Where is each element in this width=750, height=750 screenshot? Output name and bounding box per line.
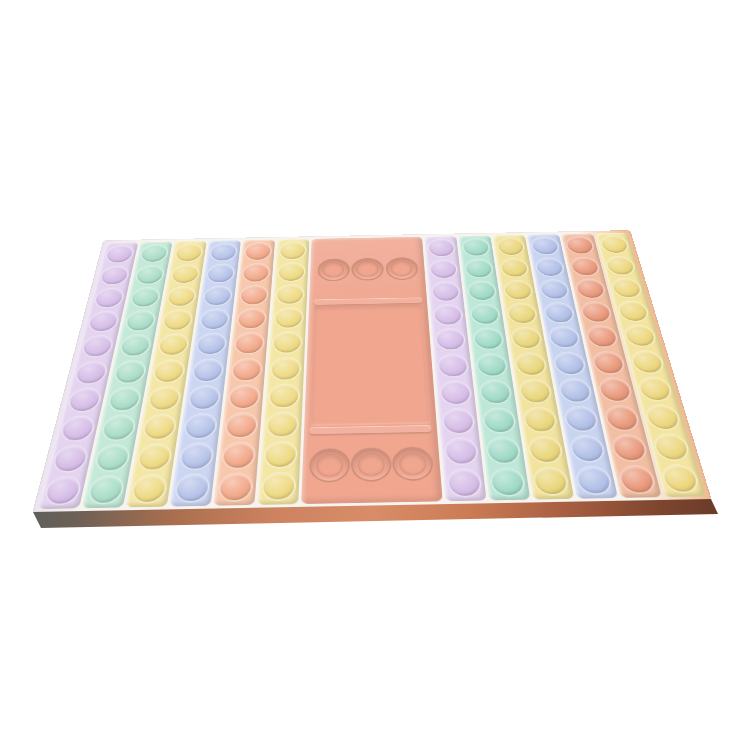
bubble[interactable] (263, 440, 298, 468)
bubble[interactable] (439, 380, 473, 405)
bubble[interactable] (118, 334, 153, 357)
bubble[interactable] (489, 467, 527, 497)
bubble[interactable] (469, 303, 501, 325)
dice-cup-recess (315, 453, 343, 477)
bubble[interactable] (616, 301, 651, 323)
bubble[interactable] (106, 386, 143, 412)
bubble[interactable] (604, 256, 638, 276)
bubble[interactable] (526, 435, 564, 463)
bubble[interactable] (598, 235, 631, 254)
bubble[interactable] (100, 414, 138, 441)
bubble[interactable] (552, 351, 588, 375)
bubble[interactable] (610, 278, 645, 299)
bubble[interactable] (530, 236, 561, 255)
bubble[interactable] (129, 474, 168, 504)
bubble[interactable] (182, 413, 218, 440)
bubble[interactable] (227, 384, 261, 410)
bubble[interactable] (427, 238, 456, 257)
bubble[interactable] (195, 333, 228, 356)
bubble[interactable] (590, 350, 627, 374)
bubble[interactable] (58, 415, 97, 442)
bubble[interactable] (178, 442, 215, 470)
bubble[interactable] (522, 406, 559, 433)
bubble[interactable] (202, 285, 234, 306)
bubble[interactable] (86, 475, 126, 505)
bubble[interactable] (643, 404, 683, 431)
bubble[interactable] (562, 405, 600, 432)
bubble[interactable] (569, 256, 602, 276)
bubble[interactable] (574, 278, 608, 299)
bubble[interactable] (509, 327, 543, 350)
bubble[interactable] (92, 288, 126, 309)
bubble[interactable] (261, 471, 297, 501)
bubble[interactable] (73, 360, 110, 384)
tray-bottom-cups (307, 432, 436, 499)
photo-backdrop (0, 0, 750, 750)
dice-cup-recess (322, 262, 344, 278)
bubble[interactable] (169, 264, 200, 284)
bubble[interactable] (230, 357, 263, 381)
bubble[interactable] (443, 437, 479, 465)
bubble[interactable] (265, 411, 299, 438)
bubble[interactable] (564, 236, 596, 255)
bubble[interactable] (579, 301, 614, 323)
pop-it-board (32, 230, 712, 513)
bubble[interactable] (208, 242, 238, 261)
bubble[interactable] (273, 307, 304, 329)
bubble[interactable] (596, 377, 634, 402)
bubble[interactable] (233, 332, 265, 355)
bubble[interactable] (434, 328, 466, 351)
bubble[interactable] (86, 311, 121, 333)
bubble[interactable] (485, 436, 522, 464)
bubble[interactable] (165, 286, 197, 307)
bubble[interactable] (464, 259, 495, 279)
bubble[interactable] (224, 412, 259, 439)
bubble[interactable] (151, 359, 186, 383)
bubble[interactable] (161, 309, 194, 331)
dice-cup (385, 257, 418, 280)
bubble[interactable] (547, 326, 582, 349)
bubble[interactable] (446, 468, 483, 498)
bubble[interactable] (146, 385, 182, 411)
bubble[interactable] (432, 304, 464, 326)
bubble[interactable] (651, 433, 692, 461)
bubble[interactable] (436, 353, 469, 377)
bubble[interactable] (243, 242, 272, 261)
bubble[interactable] (173, 243, 204, 262)
bubble[interactable] (429, 259, 459, 279)
dice-cup (392, 447, 434, 482)
bubble[interactable] (278, 241, 307, 260)
bubble[interactable] (42, 476, 83, 506)
dice-tray (301, 237, 442, 504)
bubble[interactable] (629, 350, 667, 374)
bubble[interactable] (568, 435, 607, 463)
dice-cup-recess (390, 260, 413, 276)
bubble[interactable] (609, 434, 649, 462)
tray-top-cups (314, 240, 422, 300)
bubble[interactable] (217, 472, 254, 502)
bubble[interactable] (238, 285, 269, 306)
dice-cup (351, 258, 384, 281)
bubble[interactable] (430, 281, 461, 302)
dice-cup-recess (356, 261, 378, 277)
bubble[interactable] (112, 359, 148, 383)
bubble[interactable] (241, 263, 271, 283)
dice-cup (309, 448, 350, 483)
bubble[interactable] (187, 385, 222, 411)
bubble[interactable] (538, 279, 571, 300)
bubble[interactable] (138, 244, 169, 263)
bubble[interactable] (472, 327, 505, 350)
bubble[interactable] (198, 309, 230, 331)
bubble[interactable] (481, 407, 517, 434)
bubble[interactable] (66, 387, 104, 413)
bubble[interactable] (236, 308, 268, 330)
bubble[interactable] (134, 265, 166, 285)
tray-flat-area (310, 304, 431, 426)
bubble[interactable] (269, 357, 301, 381)
bubble[interactable] (135, 443, 173, 471)
bubble[interactable] (557, 378, 594, 403)
bubble[interactable] (103, 244, 135, 263)
bubble[interactable] (659, 464, 702, 494)
bubble[interactable] (156, 333, 190, 356)
bubble[interactable] (531, 466, 570, 496)
bubble[interactable] (123, 310, 157, 332)
bubble[interactable] (622, 325, 658, 348)
bubble[interactable] (475, 353, 509, 377)
bubble[interactable] (574, 466, 614, 496)
dice-cup (317, 258, 349, 281)
bubble[interactable] (617, 465, 658, 495)
bubble[interactable] (191, 358, 225, 382)
bubble[interactable] (205, 263, 236, 283)
bubble[interactable] (267, 383, 300, 409)
bubble[interactable] (98, 265, 131, 285)
bubble[interactable] (220, 441, 256, 469)
bubble[interactable] (93, 444, 132, 472)
bubble[interactable] (271, 331, 303, 354)
scene (0, 0, 750, 750)
bubble[interactable] (441, 408, 476, 435)
bubble[interactable] (636, 376, 675, 401)
bubble[interactable] (173, 473, 211, 503)
dice-cup-recess (398, 452, 427, 476)
bubble[interactable] (502, 280, 534, 301)
dice-cup-recess (357, 453, 385, 477)
bubble[interactable] (275, 284, 305, 305)
bubble[interactable] (478, 379, 513, 404)
bubble[interactable] (603, 405, 642, 432)
bubble[interactable] (506, 303, 539, 325)
bubble[interactable] (50, 444, 90, 472)
bubble[interactable] (517, 378, 553, 403)
bubble[interactable] (513, 352, 548, 376)
bubble[interactable] (542, 302, 576, 324)
bubble[interactable] (466, 280, 498, 301)
bubble[interactable] (495, 237, 526, 256)
bubble[interactable] (80, 335, 116, 358)
bubble[interactable] (585, 325, 621, 348)
bubble[interactable] (534, 257, 566, 277)
dice-cup (351, 447, 392, 482)
bubble[interactable] (499, 258, 530, 278)
bubble[interactable] (141, 413, 178, 440)
bubble[interactable] (277, 262, 306, 282)
bubble[interactable] (129, 287, 162, 308)
bubble[interactable] (461, 238, 491, 257)
